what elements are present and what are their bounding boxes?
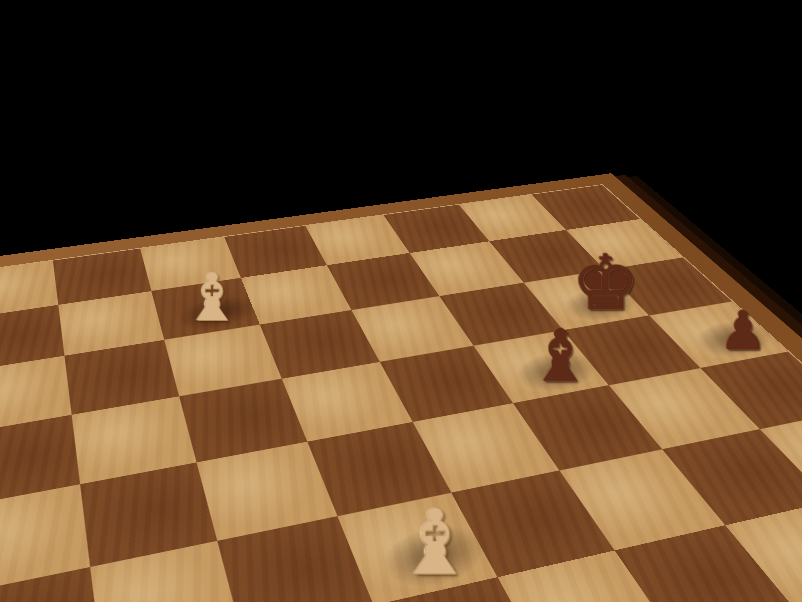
chess-board: ♝♚♝♟♝♚	[0, 184, 802, 602]
chess-board-frame: ♝♚♝♟♝♚	[0, 173, 802, 602]
square-b5[interactable]	[72, 396, 197, 484]
piece-white-bishop-c7[interactable]: ♝	[182, 264, 241, 330]
piece-black-king-g6[interactable]: ♚	[571, 245, 639, 321]
piece-white-bishop-d3[interactable]: ♝	[394, 497, 475, 587]
piece-black-pawn-h5[interactable]: ♟	[718, 304, 766, 357]
chess-3d-scene: ♝♚♝♟♝♚	[0, 0, 802, 602]
piece-black-bishop-f5[interactable]: ♝	[528, 320, 592, 392]
